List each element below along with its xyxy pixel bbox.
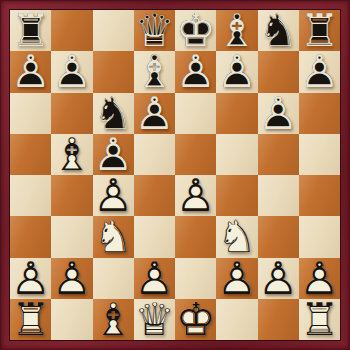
square-h5[interactable]: [299, 134, 340, 175]
square-d5[interactable]: [134, 134, 175, 175]
white-pawn-outline-icon: ♙: [258, 258, 299, 299]
white-pawn-outline-icon: ♙: [51, 258, 92, 299]
square-e4[interactable]: ♟♙: [175, 175, 216, 216]
square-f5[interactable]: [216, 134, 257, 175]
square-b1[interactable]: [51, 299, 92, 340]
chess-board: ♜♖♛♕♚♔♝♗♞♘♜♖♟♙♟♙♝♗♟♙♟♙♟♙♞♘♟♙♟♙♝♗♟♙♟♙♟♙♞♘…: [10, 10, 340, 340]
piece-black-pawn[interactable]: ♟♙: [10, 51, 51, 92]
piece-white-pawn[interactable]: ♟♙: [175, 175, 216, 216]
square-a7[interactable]: ♟♙: [10, 51, 51, 92]
square-c8[interactable]: [93, 10, 134, 51]
square-a1[interactable]: ♜♖: [10, 299, 51, 340]
square-g6[interactable]: ♟♙: [258, 93, 299, 134]
square-b7[interactable]: ♟♙: [51, 51, 92, 92]
piece-black-knight[interactable]: ♞♘: [258, 10, 299, 51]
white-queen-outline-icon: ♕: [134, 299, 175, 340]
piece-white-queen[interactable]: ♛♕: [134, 299, 175, 340]
white-rook-outline-icon: ♖: [10, 299, 51, 340]
white-king-outline-icon: ♔: [175, 299, 216, 340]
piece-white-pawn[interactable]: ♟♙: [51, 258, 92, 299]
black-pawn-outline-icon: ♙: [175, 51, 216, 92]
black-pawn-outline-icon: ♙: [299, 51, 340, 92]
black-pawn-outline-icon: ♙: [134, 93, 175, 134]
square-f7[interactable]: ♟♙: [216, 51, 257, 92]
square-h4[interactable]: [299, 175, 340, 216]
square-a5[interactable]: [10, 134, 51, 175]
square-g4[interactable]: [258, 175, 299, 216]
square-c1[interactable]: ♝♗: [93, 299, 134, 340]
square-g8[interactable]: ♞♘: [258, 10, 299, 51]
square-f1[interactable]: [216, 299, 257, 340]
piece-black-pawn[interactable]: ♟♙: [216, 51, 257, 92]
piece-black-pawn[interactable]: ♟♙: [175, 51, 216, 92]
board-frame: ♜♖♛♕♚♔♝♗♞♘♜♖♟♙♟♙♝♗♟♙♟♙♟♙♞♘♟♙♟♙♝♗♟♙♟♙♟♙♞♘…: [0, 0, 350, 350]
black-pawn-outline-icon: ♙: [216, 51, 257, 92]
piece-white-rook[interactable]: ♜♖: [299, 299, 340, 340]
black-pawn-outline-icon: ♙: [10, 51, 51, 92]
white-rook-outline-icon: ♖: [299, 299, 340, 340]
white-knight-outline-icon: ♘: [93, 216, 134, 257]
square-e1[interactable]: ♚♔: [175, 299, 216, 340]
square-e6[interactable]: [175, 93, 216, 134]
square-g1[interactable]: [258, 299, 299, 340]
piece-black-pawn[interactable]: ♟♙: [258, 93, 299, 134]
piece-white-bishop[interactable]: ♝♗: [51, 134, 92, 175]
white-bishop-outline-icon: ♗: [51, 134, 92, 175]
piece-white-king[interactable]: ♚♔: [175, 299, 216, 340]
piece-white-bishop[interactable]: ♝♗: [93, 299, 134, 340]
square-g5[interactable]: [258, 134, 299, 175]
piece-black-pawn[interactable]: ♟♙: [134, 93, 175, 134]
square-e7[interactable]: ♟♙: [175, 51, 216, 92]
square-d1[interactable]: ♛♕: [134, 299, 175, 340]
black-pawn-outline-icon: ♙: [51, 51, 92, 92]
square-h1[interactable]: ♜♖: [299, 299, 340, 340]
piece-white-pawn[interactable]: ♟♙: [258, 258, 299, 299]
piece-white-knight[interactable]: ♞♘: [93, 216, 134, 257]
white-pawn-outline-icon: ♙: [175, 175, 216, 216]
square-a4[interactable]: [10, 175, 51, 216]
square-a6[interactable]: [10, 93, 51, 134]
piece-white-rook[interactable]: ♜♖: [10, 299, 51, 340]
square-c3[interactable]: ♞♘: [93, 216, 134, 257]
piece-black-pawn[interactable]: ♟♙: [299, 51, 340, 92]
square-b4[interactable]: [51, 175, 92, 216]
square-b5[interactable]: ♝♗: [51, 134, 92, 175]
square-f2[interactable]: ♟♙: [216, 258, 257, 299]
square-f6[interactable]: [216, 93, 257, 134]
white-bishop-outline-icon: ♗: [93, 299, 134, 340]
black-knight-outline-icon: ♘: [258, 10, 299, 51]
piece-white-pawn[interactable]: ♟♙: [216, 258, 257, 299]
square-h7[interactable]: ♟♙: [299, 51, 340, 92]
black-pawn-outline-icon: ♙: [258, 93, 299, 134]
piece-black-pawn[interactable]: ♟♙: [51, 51, 92, 92]
square-h6[interactable]: [299, 93, 340, 134]
square-d4[interactable]: [134, 175, 175, 216]
square-e3[interactable]: [175, 216, 216, 257]
square-b2[interactable]: ♟♙: [51, 258, 92, 299]
square-g2[interactable]: ♟♙: [258, 258, 299, 299]
square-d6[interactable]: ♟♙: [134, 93, 175, 134]
white-pawn-outline-icon: ♙: [216, 258, 257, 299]
